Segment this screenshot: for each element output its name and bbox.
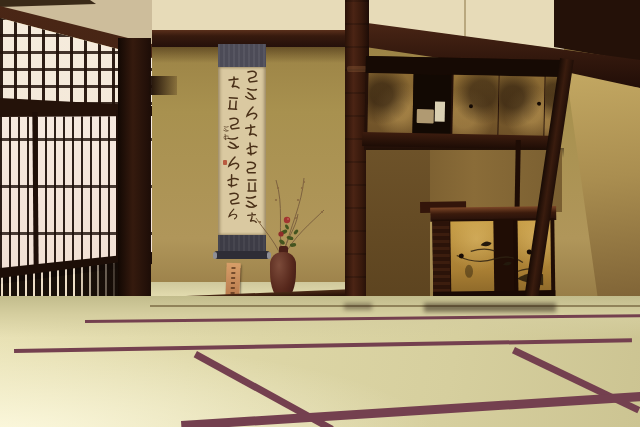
- post-joint: [347, 66, 367, 72]
- gold-sliding-door: [452, 75, 498, 136]
- upper-cabinet: [364, 56, 560, 154]
- door-pull: [459, 253, 464, 258]
- stored-paper: [435, 101, 445, 121]
- cabinet-floor-shadow: [424, 303, 556, 312]
- corner-post-left: [118, 38, 151, 316]
- side-ledge: [149, 76, 177, 95]
- post-floor-shadow: [344, 303, 372, 310]
- panel-seam: [464, 0, 466, 42]
- stored-box: [417, 109, 434, 123]
- cabinet-side-slats: [432, 222, 450, 298]
- gold-sliding-door: [367, 73, 413, 134]
- roller-end-left: [213, 252, 217, 259]
- scroll-top-mount: [218, 44, 266, 67]
- gold-sliding-door: [498, 76, 544, 137]
- room-photo: [0, 0, 640, 427]
- open-door-gap: [412, 74, 451, 135]
- door-pull: [469, 104, 473, 108]
- cream-wall-above-alcove: [148, 0, 354, 34]
- wall-base-line: [150, 305, 640, 307]
- plaque-inscription: [231, 267, 236, 295]
- seal-stamp: [223, 160, 227, 165]
